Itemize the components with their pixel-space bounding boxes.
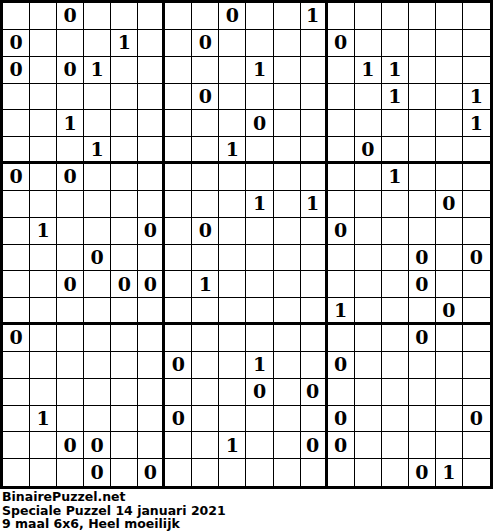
cell-r4c3[interactable] (57, 84, 84, 111)
cell-r10c9[interactable] (219, 245, 246, 272)
cell-r12c12[interactable] (301, 298, 328, 325)
cell-r14c2[interactable] (30, 352, 57, 379)
cell-r18c9[interactable] (219, 459, 246, 486)
cell-r7c5[interactable] (111, 164, 138, 191)
cell-r14c5[interactable] (111, 352, 138, 379)
cell-r6c9: 1 (219, 137, 246, 164)
cell-r15c6[interactable] (138, 379, 165, 406)
cell-r7c11[interactable] (274, 164, 301, 191)
cell-r12c15[interactable] (382, 298, 409, 325)
cell-r13c15[interactable] (382, 325, 409, 352)
cell-r7c7[interactable] (165, 164, 192, 191)
cell-r7c9[interactable] (219, 164, 246, 191)
cell-r6c16[interactable] (409, 137, 436, 164)
cell-r6c6[interactable] (138, 137, 165, 164)
cell-r18c17: 1 (436, 459, 463, 486)
cell-r8c12: 1 (301, 191, 328, 218)
cell-r12c8[interactable] (192, 298, 219, 325)
cell-r6c10[interactable] (246, 137, 273, 164)
cell-r7c15: 1 (382, 164, 409, 191)
cell-r13c1: 0 (3, 325, 30, 352)
cell-r15c7[interactable] (165, 379, 192, 406)
cell-r18c7[interactable] (165, 459, 192, 486)
puzzle-subtitle: 9 maal 6x6, Heel moeilijk (2, 517, 493, 531)
cell-r7c13[interactable] (328, 164, 355, 191)
cell-r2c7[interactable] (165, 30, 192, 57)
cell-r4c13[interactable] (328, 84, 355, 111)
cell-r4c18: 1 (463, 84, 490, 111)
cell-r16c1[interactable] (3, 406, 30, 433)
cell-r3c11[interactable] (274, 57, 301, 84)
cell-r1c10[interactable] (246, 3, 273, 30)
cell-r11c11[interactable] (274, 271, 301, 298)
cell-r17c2[interactable] (30, 432, 57, 459)
cell-r6c12[interactable] (301, 137, 328, 164)
cell-r16c17[interactable] (436, 406, 463, 433)
cell-r6c18[interactable] (463, 137, 490, 164)
cell-r13c12[interactable] (301, 325, 328, 352)
cell-r8c9[interactable] (219, 191, 246, 218)
cell-r10c16: 0 (409, 245, 436, 272)
cell-r5c2[interactable] (30, 110, 57, 137)
cell-r4c12[interactable] (301, 84, 328, 111)
cell-r3c16[interactable] (409, 57, 436, 84)
cell-r12c3[interactable] (57, 298, 84, 325)
cell-r11c15[interactable] (382, 271, 409, 298)
cell-r6c11[interactable] (274, 137, 301, 164)
cell-r3c1: 0 (3, 57, 30, 84)
cell-r7c1: 0 (3, 164, 30, 191)
cell-r12c18[interactable] (463, 298, 490, 325)
cell-r17c15[interactable] (382, 432, 409, 459)
cell-r5c5[interactable] (111, 110, 138, 137)
cell-r2c11[interactable] (274, 30, 301, 57)
cell-r10c15[interactable] (382, 245, 409, 272)
cell-r17c7[interactable] (165, 432, 192, 459)
cell-r17c8[interactable] (192, 432, 219, 459)
cell-r11c2[interactable] (30, 271, 57, 298)
cell-r18c10[interactable] (246, 459, 273, 486)
puzzle-title: Speciale Puzzel 14 januari 2021 (2, 504, 493, 518)
cell-r5c17[interactable] (436, 110, 463, 137)
cell-r14c6[interactable] (138, 352, 165, 379)
cell-r11c12[interactable] (301, 271, 328, 298)
cell-r14c16[interactable] (409, 352, 436, 379)
cell-r2c4[interactable] (84, 30, 111, 57)
cell-r18c8[interactable] (192, 459, 219, 486)
cell-r13c11[interactable] (274, 325, 301, 352)
cell-r8c2[interactable] (30, 191, 57, 218)
cell-r3c3: 0 (57, 57, 84, 84)
cell-r5c4[interactable] (84, 110, 111, 137)
cell-r13c9[interactable] (219, 325, 246, 352)
cell-r18c14[interactable] (355, 459, 382, 486)
cell-r4c6[interactable] (138, 84, 165, 111)
cell-r14c1[interactable] (3, 352, 30, 379)
cell-r8c16[interactable] (409, 191, 436, 218)
cell-r18c2[interactable] (30, 459, 57, 486)
cell-r18c15[interactable] (382, 459, 409, 486)
cell-r4c4[interactable] (84, 84, 111, 111)
cell-r17c16[interactable] (409, 432, 436, 459)
cell-r9c16[interactable] (409, 218, 436, 245)
cell-r2c18[interactable] (463, 30, 490, 57)
cell-r16c18: 0 (463, 406, 490, 433)
cell-r2c6[interactable] (138, 30, 165, 57)
puzzle-footer: BinairePuzzel.net Speciale Puzzel 14 jan… (0, 489, 493, 531)
cell-r11c4[interactable] (84, 271, 111, 298)
cell-r7c6[interactable] (138, 164, 165, 191)
cell-r1c9: 0 (219, 3, 246, 30)
cell-r8c4[interactable] (84, 191, 111, 218)
cell-r15c16[interactable] (409, 379, 436, 406)
cell-r7c12[interactable] (301, 164, 328, 191)
cell-r4c2[interactable] (30, 84, 57, 111)
cell-r17c1[interactable] (3, 432, 30, 459)
cell-r15c15[interactable] (382, 379, 409, 406)
cell-r5c11[interactable] (274, 110, 301, 137)
cell-r1c6[interactable] (138, 3, 165, 30)
cell-r10c10[interactable] (246, 245, 273, 272)
cell-r1c14[interactable] (355, 3, 382, 30)
cell-r2c3[interactable] (57, 30, 84, 57)
cell-r3c4: 1 (84, 57, 111, 84)
cell-r2c10[interactable] (246, 30, 273, 57)
cell-r3c14: 1 (355, 57, 382, 84)
cell-r13c2[interactable] (30, 325, 57, 352)
cell-r3c17[interactable] (436, 57, 463, 84)
cell-r2c9[interactable] (219, 30, 246, 57)
cell-r9c4[interactable] (84, 218, 111, 245)
cell-r9c12[interactable] (301, 218, 328, 245)
cell-r8c18[interactable] (463, 191, 490, 218)
cell-r16c8[interactable] (192, 406, 219, 433)
cell-r9c5[interactable] (111, 218, 138, 245)
cell-r18c3[interactable] (57, 459, 84, 486)
cell-r10c3[interactable] (57, 245, 84, 272)
cell-r7c4[interactable] (84, 164, 111, 191)
cell-r17c14[interactable] (355, 432, 382, 459)
cell-r16c10[interactable] (246, 406, 273, 433)
cell-r8c3[interactable] (57, 191, 84, 218)
cell-r5c15[interactable] (382, 110, 409, 137)
cell-r18c18[interactable] (463, 459, 490, 486)
cell-r10c14[interactable] (355, 245, 382, 272)
cell-r10c6[interactable] (138, 245, 165, 272)
cell-r6c5[interactable] (111, 137, 138, 164)
cell-r10c1[interactable] (3, 245, 30, 272)
cell-r3c13[interactable] (328, 57, 355, 84)
cell-r7c14[interactable] (355, 164, 382, 191)
cell-r17c12: 0 (301, 432, 328, 459)
cell-r18c11[interactable] (274, 459, 301, 486)
cell-r13c10[interactable] (246, 325, 273, 352)
cell-r6c1[interactable] (3, 137, 30, 164)
cell-r16c5[interactable] (111, 406, 138, 433)
cell-r12c5[interactable] (111, 298, 138, 325)
cell-r3c6[interactable] (138, 57, 165, 84)
cell-r16c16[interactable] (409, 406, 436, 433)
cell-r10c8[interactable] (192, 245, 219, 272)
cell-r5c7[interactable] (165, 110, 192, 137)
cell-r15c3[interactable] (57, 379, 84, 406)
cell-r9c7[interactable] (165, 218, 192, 245)
cell-r4c5[interactable] (111, 84, 138, 111)
cell-r7c3: 0 (57, 164, 84, 191)
cell-r1c15[interactable] (382, 3, 409, 30)
cell-r5c13[interactable] (328, 110, 355, 137)
cell-r13c5[interactable] (111, 325, 138, 352)
cell-r1c7[interactable] (165, 3, 192, 30)
cell-r4c14[interactable] (355, 84, 382, 111)
cell-r1c1[interactable] (3, 3, 30, 30)
cell-r9c13: 0 (328, 218, 355, 245)
cell-r16c15[interactable] (382, 406, 409, 433)
cell-r15c11[interactable] (274, 379, 301, 406)
cell-r2c14[interactable] (355, 30, 382, 57)
cell-r4c17[interactable] (436, 84, 463, 111)
cell-r8c14[interactable] (355, 191, 382, 218)
cell-r13c17[interactable] (436, 325, 463, 352)
cell-r15c8[interactable] (192, 379, 219, 406)
cell-r14c13: 0 (328, 352, 355, 379)
puzzle-page: 0010100001111011101110001110100000000010… (0, 0, 493, 531)
cell-r17c6[interactable] (138, 432, 165, 459)
cell-r13c13[interactable] (328, 325, 355, 352)
cell-r5c6[interactable] (138, 110, 165, 137)
cell-r14c11[interactable] (274, 352, 301, 379)
cell-r15c2[interactable] (30, 379, 57, 406)
cell-r4c16[interactable] (409, 84, 436, 111)
cell-r18c4: 0 (84, 459, 111, 486)
cell-r9c9[interactable] (219, 218, 246, 245)
cell-r15c10: 0 (246, 379, 273, 406)
cell-r15c5[interactable] (111, 379, 138, 406)
cell-r2c16[interactable] (409, 30, 436, 57)
cell-r6c2[interactable] (30, 137, 57, 164)
cell-r6c13[interactable] (328, 137, 355, 164)
cell-r2c12[interactable] (301, 30, 328, 57)
cell-r1c8[interactable] (192, 3, 219, 30)
cell-r14c9[interactable] (219, 352, 246, 379)
cell-r8c6[interactable] (138, 191, 165, 218)
cell-r4c9[interactable] (219, 84, 246, 111)
cell-r3c12[interactable] (301, 57, 328, 84)
cell-r9c14[interactable] (355, 218, 382, 245)
cell-r12c9[interactable] (219, 298, 246, 325)
cell-r11c9[interactable] (219, 271, 246, 298)
cell-r13c6[interactable] (138, 325, 165, 352)
cell-r1c5[interactable] (111, 3, 138, 30)
cell-r8c13[interactable] (328, 191, 355, 218)
cell-r7c2[interactable] (30, 164, 57, 191)
cell-r8c8[interactable] (192, 191, 219, 218)
cell-r16c11[interactable] (274, 406, 301, 433)
cell-r14c3[interactable] (57, 352, 84, 379)
cell-r7c10[interactable] (246, 164, 273, 191)
cell-r11c17[interactable] (436, 271, 463, 298)
cell-r6c17[interactable] (436, 137, 463, 164)
cell-r13c4[interactable] (84, 325, 111, 352)
cell-r10c18: 0 (463, 245, 490, 272)
cell-r12c14[interactable] (355, 298, 382, 325)
cell-r1c4[interactable] (84, 3, 111, 30)
cell-r1c18[interactable] (463, 3, 490, 30)
cell-r15c17[interactable] (436, 379, 463, 406)
cell-r8c7[interactable] (165, 191, 192, 218)
cell-r14c18[interactable] (463, 352, 490, 379)
cell-r8c11[interactable] (274, 191, 301, 218)
cell-r18c5[interactable] (111, 459, 138, 486)
cell-r7c8[interactable] (192, 164, 219, 191)
cell-r18c6: 0 (138, 459, 165, 486)
cell-r18c13[interactable] (328, 459, 355, 486)
cell-r17c3: 0 (57, 432, 84, 459)
cell-r18c12[interactable] (301, 459, 328, 486)
cell-r10c2[interactable] (30, 245, 57, 272)
cell-r5c1[interactable] (3, 110, 30, 137)
cell-r1c17[interactable] (436, 3, 463, 30)
cell-r3c7[interactable] (165, 57, 192, 84)
cell-r14c4[interactable] (84, 352, 111, 379)
cell-r1c2[interactable] (30, 3, 57, 30)
cell-r10c11[interactable] (274, 245, 301, 272)
cell-r8c1[interactable] (3, 191, 30, 218)
cell-r12c1[interactable] (3, 298, 30, 325)
cell-r11c18[interactable] (463, 271, 490, 298)
cell-r11c1[interactable] (3, 271, 30, 298)
cell-r6c3[interactable] (57, 137, 84, 164)
cell-r3c2[interactable] (30, 57, 57, 84)
cell-r16c6[interactable] (138, 406, 165, 433)
cell-r14c17[interactable] (436, 352, 463, 379)
cell-r17c11[interactable] (274, 432, 301, 459)
cell-r9c10[interactable] (246, 218, 273, 245)
cell-r15c4[interactable] (84, 379, 111, 406)
cell-r15c13[interactable] (328, 379, 355, 406)
cell-r4c7[interactable] (165, 84, 192, 111)
cell-r12c2[interactable] (30, 298, 57, 325)
cell-r13c8[interactable] (192, 325, 219, 352)
cell-r2c17[interactable] (436, 30, 463, 57)
cell-r5c14[interactable] (355, 110, 382, 137)
cell-r10c17[interactable] (436, 245, 463, 272)
cell-r6c8[interactable] (192, 137, 219, 164)
cell-r5c16[interactable] (409, 110, 436, 137)
cell-r5c8[interactable] (192, 110, 219, 137)
cell-r4c15: 1 (382, 84, 409, 111)
cell-r8c5[interactable] (111, 191, 138, 218)
cell-r12c16[interactable] (409, 298, 436, 325)
cell-r11c13[interactable] (328, 271, 355, 298)
cell-r4c10[interactable] (246, 84, 273, 111)
cell-r8c17: 0 (436, 191, 463, 218)
cell-r16c3[interactable] (57, 406, 84, 433)
cell-r3c18[interactable] (463, 57, 490, 84)
cell-r15c18[interactable] (463, 379, 490, 406)
cell-r11c7[interactable] (165, 271, 192, 298)
cell-r12c17: 0 (436, 298, 463, 325)
cell-r12c7[interactable] (165, 298, 192, 325)
cell-r14c8[interactable] (192, 352, 219, 379)
cell-r13c18[interactable] (463, 325, 490, 352)
cell-r14c14[interactable] (355, 352, 382, 379)
cell-r3c8[interactable] (192, 57, 219, 84)
cell-r6c4: 1 (84, 137, 111, 164)
cell-r12c10[interactable] (246, 298, 273, 325)
cell-r10c5[interactable] (111, 245, 138, 272)
cell-r9c17[interactable] (436, 218, 463, 245)
cell-r14c15[interactable] (382, 352, 409, 379)
cell-r8c10: 1 (246, 191, 273, 218)
cell-r14c12[interactable] (301, 352, 328, 379)
cell-r7c16[interactable] (409, 164, 436, 191)
cell-r2c1: 0 (3, 30, 30, 57)
cell-r12c6[interactable] (138, 298, 165, 325)
cell-r6c15[interactable] (382, 137, 409, 164)
cell-r13c14[interactable] (355, 325, 382, 352)
cell-r7c18[interactable] (463, 164, 490, 191)
cell-r18c1[interactable] (3, 459, 30, 486)
cell-r15c9[interactable] (219, 379, 246, 406)
cell-r3c10: 1 (246, 57, 273, 84)
cell-r12c11[interactable] (274, 298, 301, 325)
cell-r16c4[interactable] (84, 406, 111, 433)
cell-r9c15[interactable] (382, 218, 409, 245)
cell-r9c18[interactable] (463, 218, 490, 245)
cell-r7c17[interactable] (436, 164, 463, 191)
cell-r11c10[interactable] (246, 271, 273, 298)
cell-r5c9[interactable] (219, 110, 246, 137)
cell-r16c12[interactable] (301, 406, 328, 433)
cell-r10c7[interactable] (165, 245, 192, 272)
cell-r1c11[interactable] (274, 3, 301, 30)
cell-r2c15[interactable] (382, 30, 409, 57)
cell-r13c7[interactable] (165, 325, 192, 352)
cell-r16c7: 0 (165, 406, 192, 433)
cell-r15c14[interactable] (355, 379, 382, 406)
cell-r15c1[interactable] (3, 379, 30, 406)
cell-r9c11[interactable] (274, 218, 301, 245)
cell-r10c12[interactable] (301, 245, 328, 272)
cell-r9c1[interactable] (3, 218, 30, 245)
cell-r10c13[interactable] (328, 245, 355, 272)
cell-r16c9[interactable] (219, 406, 246, 433)
cell-r4c8: 0 (192, 84, 219, 111)
cell-r3c9[interactable] (219, 57, 246, 84)
cell-r1c16[interactable] (409, 3, 436, 30)
cell-r1c13[interactable] (328, 3, 355, 30)
cell-r8c15[interactable] (382, 191, 409, 218)
cell-r17c18[interactable] (463, 432, 490, 459)
cell-r13c3[interactable] (57, 325, 84, 352)
cell-r2c2[interactable] (30, 30, 57, 57)
cell-r11c14[interactable] (355, 271, 382, 298)
cell-r9c3[interactable] (57, 218, 84, 245)
cell-r12c4[interactable] (84, 298, 111, 325)
cell-r5c12[interactable] (301, 110, 328, 137)
cell-r11c3: 0 (57, 271, 84, 298)
cell-r5c10: 0 (246, 110, 273, 137)
cell-r17c17[interactable] (436, 432, 463, 459)
cell-r17c5[interactable] (111, 432, 138, 459)
cell-r4c1[interactable] (3, 84, 30, 111)
cell-r17c10[interactable] (246, 432, 273, 459)
cell-r4c11[interactable] (274, 84, 301, 111)
cell-r16c14[interactable] (355, 406, 382, 433)
cell-r3c5[interactable] (111, 57, 138, 84)
cell-r6c7[interactable] (165, 137, 192, 164)
